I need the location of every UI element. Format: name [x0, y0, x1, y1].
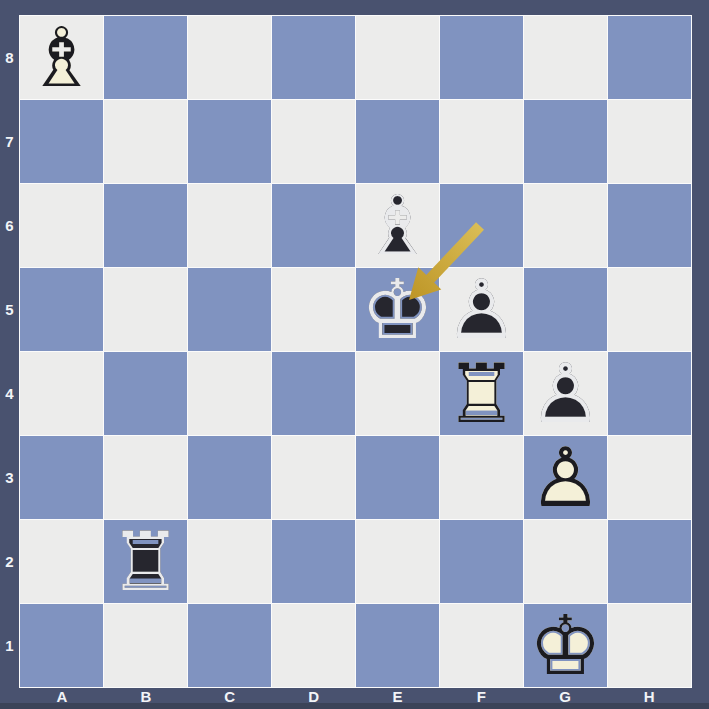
square-f8[interactable]	[440, 16, 523, 99]
square-g1[interactable]: ♚♔	[524, 604, 607, 687]
square-c6[interactable]	[188, 184, 271, 267]
square-a2[interactable]	[20, 520, 103, 603]
square-g7[interactable]	[524, 100, 607, 183]
file-labels: A B C D E F G H	[20, 688, 691, 704]
rank-label-7: 7	[0, 100, 19, 184]
black-pawn[interactable]: ♟♙	[440, 268, 523, 351]
rank-label-8: 8	[0, 16, 19, 100]
black-rook[interactable]: ♜♖	[104, 520, 187, 603]
black-pawn[interactable]: ♟♙	[524, 352, 607, 435]
square-c3[interactable]	[188, 436, 271, 519]
white-rook[interactable]: ♜♖	[440, 352, 523, 435]
black-pawn-outline: ♙	[445, 269, 519, 351]
black-king[interactable]: ♚♔	[356, 268, 439, 351]
square-h4[interactable]	[608, 352, 691, 435]
rank-label-6: 6	[0, 184, 19, 268]
rank-labels: 8 7 6 5 4 3 2 1	[0, 16, 19, 687]
black-pawn-outline: ♙	[529, 353, 603, 435]
square-a4[interactable]	[20, 352, 103, 435]
black-bishop[interactable]: ♝♗	[356, 184, 439, 267]
square-b5[interactable]	[104, 268, 187, 351]
square-c4[interactable]	[188, 352, 271, 435]
square-f2[interactable]	[440, 520, 523, 603]
square-f4[interactable]: ♜♖	[440, 352, 523, 435]
square-c1[interactable]	[188, 604, 271, 687]
square-b4[interactable]	[104, 352, 187, 435]
rank-label-1: 1	[0, 603, 19, 687]
white-king[interactable]: ♚♔	[524, 604, 607, 687]
square-d1[interactable]	[272, 604, 355, 687]
rank-label-4: 4	[0, 352, 19, 436]
square-c5[interactable]	[188, 268, 271, 351]
rank-label-3: 3	[0, 435, 19, 519]
square-h5[interactable]	[608, 268, 691, 351]
square-c8[interactable]	[188, 16, 271, 99]
black-rook-outline: ♖	[109, 521, 183, 603]
square-h1[interactable]	[608, 604, 691, 687]
square-c2[interactable]	[188, 520, 271, 603]
square-e2[interactable]	[356, 520, 439, 603]
square-b7[interactable]	[104, 100, 187, 183]
square-e5[interactable]: ♚♔	[356, 268, 439, 351]
white-pawn-outline: ♙	[529, 437, 603, 519]
square-e6[interactable]: ♝♗	[356, 184, 439, 267]
square-e4[interactable]	[356, 352, 439, 435]
square-g8[interactable]	[524, 16, 607, 99]
square-f3[interactable]	[440, 436, 523, 519]
square-h8[interactable]	[608, 16, 691, 99]
square-h7[interactable]	[608, 100, 691, 183]
square-h3[interactable]	[608, 436, 691, 519]
square-f1[interactable]	[440, 604, 523, 687]
rank-label-5: 5	[0, 268, 19, 352]
square-e3[interactable]	[356, 436, 439, 519]
square-f6[interactable]	[440, 184, 523, 267]
white-bishop-outline: ♗	[25, 17, 99, 99]
square-a7[interactable]	[20, 100, 103, 183]
square-b2[interactable]: ♜♖	[104, 520, 187, 603]
square-g2[interactable]	[524, 520, 607, 603]
white-bishop[interactable]: ♝♗	[20, 16, 103, 99]
square-d4[interactable]	[272, 352, 355, 435]
square-h2[interactable]	[608, 520, 691, 603]
square-a3[interactable]	[20, 436, 103, 519]
rank-label-2: 2	[0, 519, 19, 603]
square-d7[interactable]	[272, 100, 355, 183]
square-b3[interactable]	[104, 436, 187, 519]
square-a8[interactable]: ♝♗	[20, 16, 103, 99]
square-d3[interactable]	[272, 436, 355, 519]
chess-board: ♝♗♝♗♚♔♟♙♜♖♟♙♟♙♜♖♚♔	[19, 15, 692, 688]
white-pawn[interactable]: ♟♙	[524, 436, 607, 519]
square-a6[interactable]	[20, 184, 103, 267]
square-a1[interactable]	[20, 604, 103, 687]
square-g5[interactable]	[524, 268, 607, 351]
square-c7[interactable]	[188, 100, 271, 183]
square-d8[interactable]	[272, 16, 355, 99]
square-b6[interactable]	[104, 184, 187, 267]
square-g3[interactable]: ♟♙	[524, 436, 607, 519]
square-g6[interactable]	[524, 184, 607, 267]
square-d5[interactable]	[272, 268, 355, 351]
square-h6[interactable]	[608, 184, 691, 267]
white-king-outline: ♔	[529, 605, 603, 687]
black-king-outline: ♔	[361, 269, 435, 351]
square-e1[interactable]	[356, 604, 439, 687]
square-f5[interactable]: ♟♙	[440, 268, 523, 351]
white-rook-outline: ♖	[445, 353, 519, 435]
board-frame: 8 7 6 5 4 3 2 1 ♝♗♝♗♚♔♟♙♜♖♟♙♟♙♜♖♚♔ A B C…	[0, 0, 709, 709]
square-a5[interactable]	[20, 268, 103, 351]
square-d6[interactable]	[272, 184, 355, 267]
square-e8[interactable]	[356, 16, 439, 99]
square-b8[interactable]	[104, 16, 187, 99]
black-bishop-outline: ♗	[361, 185, 435, 267]
square-d2[interactable]	[272, 520, 355, 603]
frame-bottom-edge	[0, 703, 709, 709]
square-f7[interactable]	[440, 100, 523, 183]
square-g4[interactable]: ♟♙	[524, 352, 607, 435]
square-e7[interactable]	[356, 100, 439, 183]
square-b1[interactable]	[104, 604, 187, 687]
